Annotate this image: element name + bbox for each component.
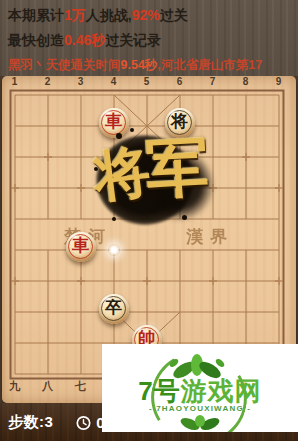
text-segment: 过关记录 [105,32,161,48]
watermark-title-7hao: 7号 [138,376,180,406]
clock-icon [75,414,92,431]
stats-line-participants: 本期累计1万人挑战,92%过关 [8,6,188,24]
stats-line-record: 最快创造0.46秒过关记录 [8,31,161,49]
step-counter: 步数:3 [8,413,53,432]
text-segment: 最快创造 [8,32,64,48]
red-chariot-d2[interactable]: 車 [99,108,129,138]
text-segment: 过关 [160,7,188,23]
text-segment: ,河北省唐山市第17 [157,58,262,72]
stats-line-player-record: 黑羽丶天使通关时间9.54秒,河北省唐山市第17 [8,56,262,74]
text-segment: 92% [132,7,160,23]
steps-label: 步数: [8,413,45,430]
watermark-7hao-youxiwang: 7号游戏网 - 7HAOYOUXIWANG - [102,344,298,432]
red-chariot-c6[interactable]: 車 [66,232,96,262]
black-general-f2[interactable]: 将 [165,108,195,138]
stats-strip: 本期累计1万人挑战,92%过关 最快创造0.46秒过关记录 黑羽丶天使通关时间9… [0,0,298,76]
xiangqi-app-screen: 本期累计1万人挑战,92%过关 最快创造0.46秒过关记录 黑羽丶天使通关时间9… [0,0,298,441]
piece-character: 将 [171,113,188,130]
text-segment: 0.46秒 [64,32,105,48]
watermark-subtitle: - 7HAOYOUXIWANG - [102,404,298,413]
piece-character: 卒 [105,299,122,316]
piece-character: 車 [105,113,122,130]
watermark-title-youxiwang: 游戏网 [181,376,262,406]
steps-value: 3 [45,413,54,430]
pieces-layer[interactable]: 車将車卒帥 [0,79,295,389]
text-segment: 9.54秒 [121,58,158,72]
piece-character: 車 [72,237,89,254]
text-segment: 人挑战, [86,7,132,23]
last-move-origin-dot [108,244,120,256]
text-segment: 1万 [64,7,86,23]
black-soldier-d8[interactable]: 卒 [99,294,129,324]
text-segment: 本期累计 [8,7,64,23]
text-segment: 黑羽丶天使通关时间 [8,58,121,72]
leaf-decoration-bottom [178,414,222,432]
